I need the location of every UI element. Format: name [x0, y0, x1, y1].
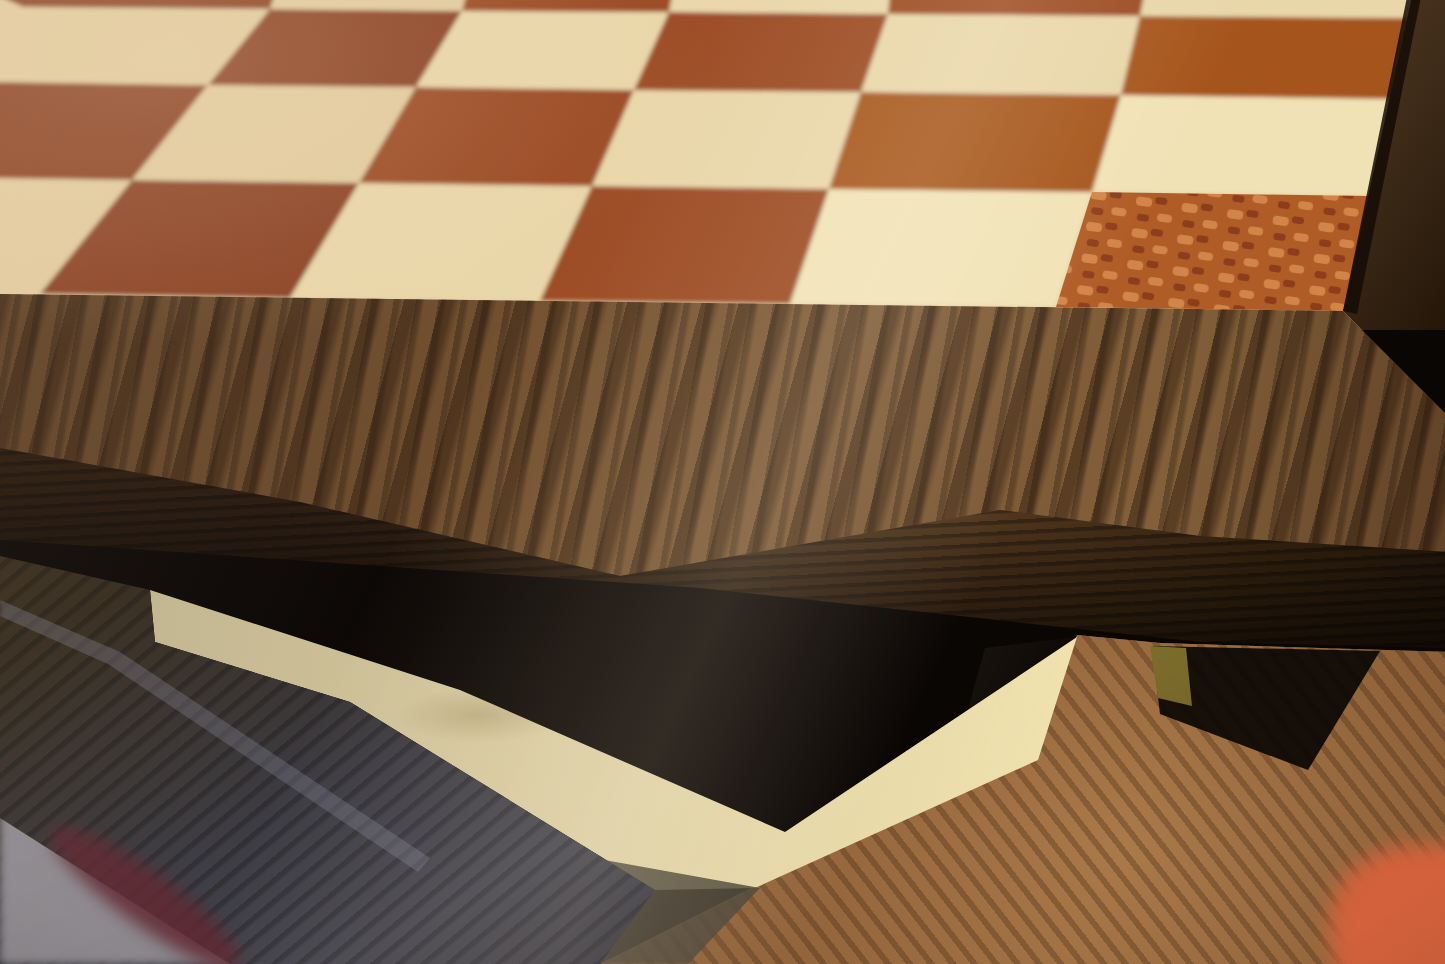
photo-stage	[0, 0, 1445, 964]
board-square	[669, 0, 890, 14]
board-square-focus-group	[1056, 192, 1369, 311]
board-square	[634, 12, 888, 92]
board-square	[790, 189, 1092, 307]
board-square	[861, 14, 1140, 95]
board-square	[829, 92, 1121, 192]
board-square	[1092, 95, 1391, 196]
board-square	[1140, 0, 1413, 18]
chessboard-surface	[0, 0, 1445, 330]
board-square-lacewood-focus	[1056, 192, 1369, 311]
board-square	[888, 0, 1145, 16]
board-square	[1121, 16, 1409, 99]
board-square	[592, 90, 861, 189]
board-square	[462, 0, 673, 12]
